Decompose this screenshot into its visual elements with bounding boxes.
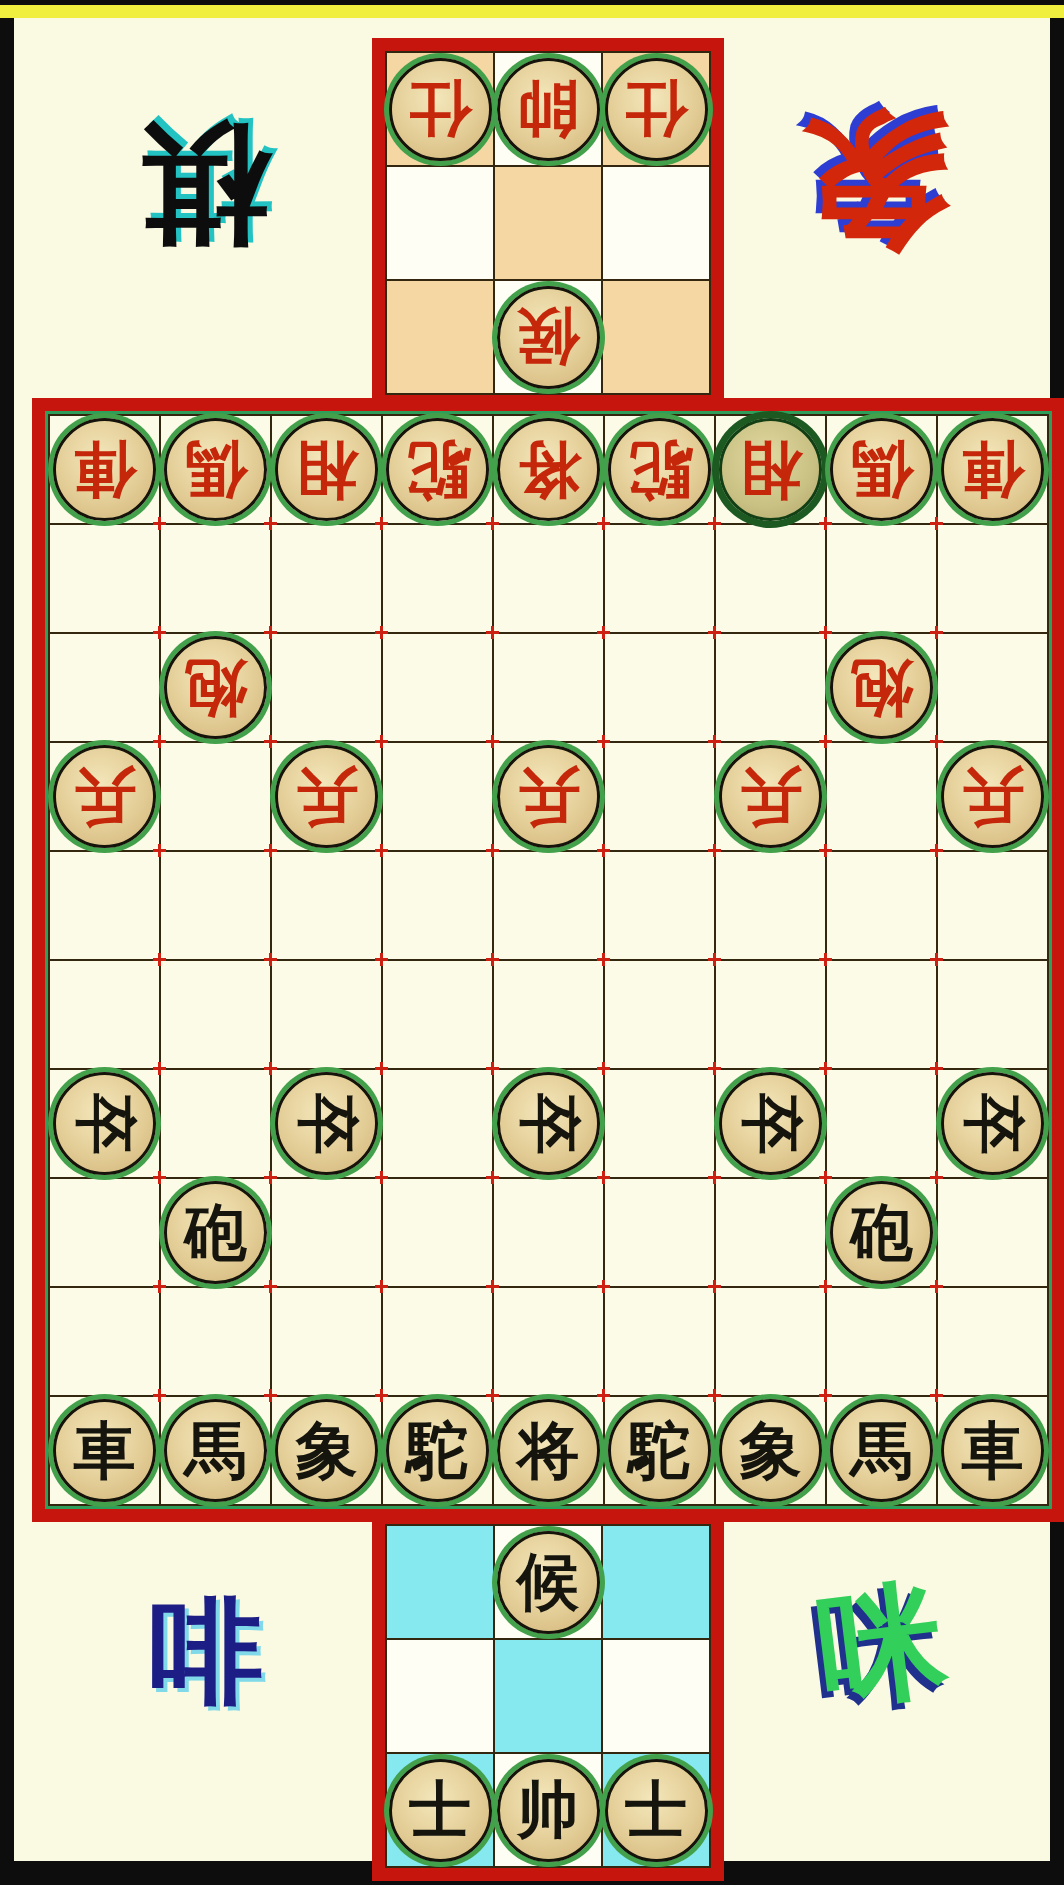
- piece-帅-black[interactable]: 帅: [497, 1759, 600, 1862]
- piece-glyph: 車: [74, 1420, 136, 1482]
- top_annex-cell-r1c3[interactable]: 仕: [603, 53, 711, 167]
- top_annex-cell-r2c2[interactable]: [495, 167, 603, 281]
- piece-glyph: 駝: [629, 439, 691, 501]
- main-cell-r10c6[interactable]: 駝: [605, 1397, 716, 1506]
- main-cell-r7c1[interactable]: 卒: [50, 1070, 161, 1179]
- piece-glyph: 卒: [296, 1093, 358, 1155]
- main-cell-r2c2[interactable]: [161, 525, 272, 634]
- main-cell-r6c6[interactable]: [605, 961, 716, 1070]
- bottom_annex-cell-r3c3[interactable]: 士: [603, 1754, 711, 1868]
- piece-砲-black[interactable]: 砲: [164, 1181, 267, 1284]
- main-board-grid: 俥傌相駝将駝相傌俥炮炮兵兵兵兵兵卒卒卒卒卒砲砲車馬象駝将駝象馬車: [48, 414, 1049, 1506]
- piece-glyph: 帥: [517, 78, 579, 140]
- main-cell-r10c1[interactable]: 車: [50, 1397, 161, 1506]
- piece-士-black[interactable]: 士: [389, 1759, 492, 1862]
- main-cell-r1c7[interactable]: 相: [716, 416, 827, 525]
- piece-glyph: 士: [625, 1779, 687, 1841]
- bottom_annex-cell-r1c1[interactable]: [387, 1526, 495, 1640]
- piece-glyph: 将: [518, 439, 580, 501]
- main-cell-r5c2[interactable]: [161, 852, 272, 961]
- main-cell-r5c8[interactable]: [827, 852, 938, 961]
- decor-character-bottom-left: 啡: [86, 1596, 326, 1710]
- piece-glyph: 兵: [740, 766, 802, 828]
- piece-俥-red[interactable]: 俥: [941, 418, 1044, 521]
- piece-炮-red[interactable]: 炮: [830, 636, 933, 739]
- main-cell-r8c2[interactable]: 砲: [161, 1179, 272, 1288]
- main-cell-r2c1[interactable]: [50, 525, 161, 634]
- piece-兵-red[interactable]: 兵: [941, 745, 1044, 848]
- main-cell-r6c9[interactable]: [938, 961, 1049, 1070]
- bottom_annex-cell-r3c2[interactable]: 帅: [495, 1754, 603, 1868]
- main-cell-r7c8[interactable]: [827, 1070, 938, 1179]
- piece-glyph: 駝: [407, 1420, 469, 1482]
- top_annex-cell-r2c3[interactable]: [603, 167, 711, 281]
- top-yellow-strip: [0, 5, 1064, 18]
- main-cell-r7c9[interactable]: 卒: [938, 1070, 1049, 1179]
- top_annex-cell-r1c1[interactable]: 仕: [387, 53, 495, 167]
- red-annex-palace-board: 仕帥仕候: [372, 38, 724, 408]
- main-cell-r2c9[interactable]: [938, 525, 1049, 634]
- piece-glyph: 卒: [740, 1093, 802, 1155]
- main-cell-r2c8[interactable]: [827, 525, 938, 634]
- piece-将-black[interactable]: 将: [497, 1399, 600, 1502]
- piece-仕-red[interactable]: 仕: [389, 58, 492, 161]
- top_annex-cell-r3c3[interactable]: [603, 281, 711, 395]
- main-cell-r9c4[interactable]: [383, 1288, 494, 1397]
- main-cell-r1c2[interactable]: 傌: [161, 416, 272, 525]
- black-annex-grid: 候士帅士: [385, 1524, 711, 1868]
- main-cell-r1c8[interactable]: 傌: [827, 416, 938, 525]
- main-cell-r2c3[interactable]: [272, 525, 383, 634]
- decor-character-top-right: 象: [730, 106, 1020, 256]
- main-cell-r10c2[interactable]: 馬: [161, 1397, 272, 1506]
- main-cell-r7c5[interactable]: 卒: [494, 1070, 605, 1179]
- top_annex-cell-r3c1[interactable]: [387, 281, 495, 395]
- main-cell-r9c2[interactable]: [161, 1288, 272, 1397]
- main-cell-r9c1[interactable]: [50, 1288, 161, 1397]
- main-cell-r4c7[interactable]: 兵: [716, 743, 827, 852]
- main-cell-r8c1[interactable]: [50, 1179, 161, 1288]
- piece-馬-black[interactable]: 馬: [830, 1399, 933, 1502]
- piece-兵-red[interactable]: 兵: [53, 745, 156, 848]
- board-background: 棋 象 啡 咪 仕帥仕候 俥傌相駝将駝相傌俥炮炮兵兵兵兵兵卒卒卒卒卒砲砲車馬象駝…: [14, 18, 1050, 1861]
- main-cell-r3c3[interactable]: [272, 634, 383, 743]
- piece-相-red[interactable]: 相: [275, 418, 378, 521]
- piece-glyph: 象: [740, 1420, 802, 1482]
- piece-glyph: 馬: [851, 1420, 913, 1482]
- main-cell-r10c5[interactable]: 将: [494, 1397, 605, 1506]
- main-cell-r8c6[interactable]: [605, 1179, 716, 1288]
- bottom_annex-cell-r2c2[interactable]: [495, 1640, 603, 1754]
- piece-glyph: 兵: [74, 766, 136, 828]
- main-cell-r7c7[interactable]: 卒: [716, 1070, 827, 1179]
- bottom_annex-cell-r1c3[interactable]: [603, 1526, 711, 1640]
- piece-glyph: 兵: [518, 766, 580, 828]
- main-cell-r4c9[interactable]: 兵: [938, 743, 1049, 852]
- main-cell-r5c5[interactable]: [494, 852, 605, 961]
- decor-character-top-left: 棋: [80, 118, 330, 248]
- main-cell-r10c9[interactable]: 車: [938, 1397, 1049, 1506]
- main-cell-r2c6[interactable]: [605, 525, 716, 634]
- main-cell-r2c7[interactable]: [716, 525, 827, 634]
- piece-glyph: 馬: [185, 1420, 247, 1482]
- main-cell-r8c8[interactable]: 砲: [827, 1179, 938, 1288]
- piece-砲-black[interactable]: 砲: [830, 1181, 933, 1284]
- decor-character-bottom-right: 咪: [745, 1568, 1018, 1725]
- piece-glyph: 帅: [517, 1779, 579, 1841]
- main-cell-r4c8[interactable]: [827, 743, 938, 852]
- piece-車-black[interactable]: 車: [941, 1399, 1044, 1502]
- piece-炮-red[interactable]: 炮: [164, 636, 267, 739]
- bottom_annex-cell-r2c1[interactable]: [387, 1640, 495, 1754]
- main-cell-r6c4[interactable]: [383, 961, 494, 1070]
- main-cell-r9c7[interactable]: [716, 1288, 827, 1397]
- main-cell-r6c7[interactable]: [716, 961, 827, 1070]
- piece-相-red[interactable]: 相: [719, 418, 822, 521]
- piece-glyph: 兵: [962, 766, 1024, 828]
- piece-glyph: 車: [962, 1420, 1024, 1482]
- main-cell-r3c1[interactable]: [50, 634, 161, 743]
- piece-候-red[interactable]: 候: [497, 286, 600, 389]
- piece-glyph: 炮: [851, 657, 913, 719]
- piece-兵-red[interactable]: 兵: [719, 745, 822, 848]
- piece-glyph: 卒: [962, 1093, 1024, 1155]
- top_annex-cell-r1c2[interactable]: 帥: [495, 53, 603, 167]
- piece-glyph: 士: [409, 1779, 471, 1841]
- black-annex-palace-board: 候士帅士: [372, 1511, 724, 1881]
- main-cell-r3c5[interactable]: [494, 634, 605, 743]
- main-cell-r5c6[interactable]: [605, 852, 716, 961]
- piece-glyph: 卒: [74, 1093, 136, 1155]
- piece-卒-black[interactable]: 卒: [719, 1072, 822, 1175]
- main-cell-r9c3[interactable]: [272, 1288, 383, 1397]
- bottom_annex-cell-r1c2[interactable]: 候: [495, 1526, 603, 1640]
- bottom_annex-cell-r2c3[interactable]: [603, 1640, 711, 1754]
- main-cell-r8c7[interactable]: [716, 1179, 827, 1288]
- piece-glyph: 俥: [962, 439, 1024, 501]
- main-cell-r4c3[interactable]: 兵: [272, 743, 383, 852]
- piece-駝-black[interactable]: 駝: [608, 1399, 711, 1502]
- piece-仕-red[interactable]: 仕: [605, 58, 708, 161]
- main-cell-r9c5[interactable]: [494, 1288, 605, 1397]
- piece-glyph: 炮: [185, 657, 247, 719]
- main-cell-r10c3[interactable]: 象: [272, 1397, 383, 1506]
- piece-glyph: 傌: [185, 439, 247, 501]
- piece-glyph: 象: [296, 1420, 358, 1482]
- main-cell-r7c2[interactable]: [161, 1070, 272, 1179]
- top_annex-cell-r3c2[interactable]: 候: [495, 281, 603, 395]
- piece-卒-black[interactable]: 卒: [53, 1072, 156, 1175]
- main-cell-r5c4[interactable]: [383, 852, 494, 961]
- main-cell-r5c7[interactable]: [716, 852, 827, 961]
- piece-glyph: 仕: [409, 78, 471, 140]
- main-cell-r8c5[interactable]: [494, 1179, 605, 1288]
- piece-象-black[interactable]: 象: [719, 1399, 822, 1502]
- main-cell-r3c2[interactable]: 炮: [161, 634, 272, 743]
- piece-車-black[interactable]: 車: [53, 1399, 156, 1502]
- main-cell-r7c3[interactable]: 卒: [272, 1070, 383, 1179]
- bottom_annex-cell-r3c1[interactable]: 士: [387, 1754, 495, 1868]
- piece-駝-red[interactable]: 駝: [386, 418, 489, 521]
- piece-glyph: 砲: [851, 1202, 913, 1264]
- main-cell-r5c3[interactable]: [272, 852, 383, 961]
- piece-傌-red[interactable]: 傌: [830, 418, 933, 521]
- main-cell-r8c4[interactable]: [383, 1179, 494, 1288]
- piece-駝-black[interactable]: 駝: [386, 1399, 489, 1502]
- main-cell-r5c9[interactable]: [938, 852, 1049, 961]
- piece-卒-black[interactable]: 卒: [275, 1072, 378, 1175]
- piece-glyph: 候: [517, 1551, 579, 1613]
- main-cell-r4c2[interactable]: [161, 743, 272, 852]
- main-cell-r9c9[interactable]: [938, 1288, 1049, 1397]
- piece-glyph: 将: [518, 1420, 580, 1482]
- piece-glyph: 相: [296, 439, 358, 501]
- piece-駝-red[interactable]: 駝: [608, 418, 711, 521]
- main-cell-r2c4[interactable]: [383, 525, 494, 634]
- main-cell-r1c9[interactable]: 俥: [938, 416, 1049, 525]
- main-board-green-line: 俥傌相駝将駝相傌俥炮炮兵兵兵兵兵卒卒卒卒卒砲砲車馬象駝将駝象馬車: [45, 411, 1052, 1509]
- piece-俥-red[interactable]: 俥: [53, 418, 156, 521]
- piece-glyph: 駝: [407, 439, 469, 501]
- main-cell-r1c3[interactable]: 相: [272, 416, 383, 525]
- main-cell-r6c5[interactable]: [494, 961, 605, 1070]
- piece-glyph: 傌: [851, 439, 913, 501]
- main-cell-r7c4[interactable]: [383, 1070, 494, 1179]
- piece-候-black[interactable]: 候: [497, 1531, 600, 1634]
- piece-帥-red[interactable]: 帥: [497, 58, 600, 161]
- piece-glyph: 相: [740, 439, 802, 501]
- main-cell-r6c3[interactable]: [272, 961, 383, 1070]
- main-cell-r10c8[interactable]: 馬: [827, 1397, 938, 1506]
- piece-glyph: 俥: [74, 439, 136, 501]
- piece-傌-red[interactable]: 傌: [164, 418, 267, 521]
- red-annex-grid: 仕帥仕候: [385, 51, 711, 395]
- main-cell-r2c5[interactable]: [494, 525, 605, 634]
- piece-glyph: 卒: [518, 1093, 580, 1155]
- main-cell-r6c1[interactable]: [50, 961, 161, 1070]
- main-cell-r8c9[interactable]: [938, 1179, 1049, 1288]
- piece-象-black[interactable]: 象: [275, 1399, 378, 1502]
- main-cell-r6c8[interactable]: [827, 961, 938, 1070]
- main-cell-r1c1[interactable]: 俥: [50, 416, 161, 525]
- main-cell-r3c6[interactable]: [605, 634, 716, 743]
- piece-士-black[interactable]: 士: [605, 1759, 708, 1862]
- main-cell-r7c6[interactable]: [605, 1070, 716, 1179]
- top_annex-cell-r2c1[interactable]: [387, 167, 495, 281]
- main-cell-r8c3[interactable]: [272, 1179, 383, 1288]
- main-cell-r1c5[interactable]: 将: [494, 416, 605, 525]
- piece-卒-black[interactable]: 卒: [941, 1072, 1044, 1175]
- main-cell-r5c1[interactable]: [50, 852, 161, 961]
- main-cell-r3c8[interactable]: 炮: [827, 634, 938, 743]
- piece-馬-black[interactable]: 馬: [164, 1399, 267, 1502]
- main-cell-r3c9[interactable]: [938, 634, 1049, 743]
- piece-glyph: 仕: [625, 78, 687, 140]
- main-cell-r3c4[interactable]: [383, 634, 494, 743]
- main-cell-r9c6[interactable]: [605, 1288, 716, 1397]
- main-cell-r4c5[interactable]: 兵: [494, 743, 605, 852]
- main-cell-r4c6[interactable]: [605, 743, 716, 852]
- piece-glyph: 兵: [296, 766, 358, 828]
- piece-兵-red[interactable]: 兵: [275, 745, 378, 848]
- piece-兵-red[interactable]: 兵: [497, 745, 600, 848]
- main-cell-r1c6[interactable]: 駝: [605, 416, 716, 525]
- main-cell-r3c7[interactable]: [716, 634, 827, 743]
- piece-glyph: 駝: [629, 1420, 691, 1482]
- piece-卒-black[interactable]: 卒: [497, 1072, 600, 1175]
- main-cell-r6c2[interactable]: [161, 961, 272, 1070]
- main-cell-r10c7[interactable]: 象: [716, 1397, 827, 1506]
- piece-glyph: 候: [517, 306, 579, 368]
- piece-将-red[interactable]: 将: [497, 418, 600, 521]
- main-cell-r9c8[interactable]: [827, 1288, 938, 1397]
- main-cell-r10c4[interactable]: 駝: [383, 1397, 494, 1506]
- main-cell-r1c4[interactable]: 駝: [383, 416, 494, 525]
- main-board: 俥傌相駝将駝相傌俥炮炮兵兵兵兵兵卒卒卒卒卒砲砲車馬象駝将駝象馬車: [32, 398, 1064, 1522]
- main-cell-r4c4[interactable]: [383, 743, 494, 852]
- piece-glyph: 砲: [185, 1202, 247, 1264]
- main-cell-r4c1[interactable]: 兵: [50, 743, 161, 852]
- board-photo-frame: 棋 象 啡 咪 仕帥仕候 俥傌相駝将駝相傌俥炮炮兵兵兵兵兵卒卒卒卒卒砲砲車馬象駝…: [0, 0, 1064, 1885]
